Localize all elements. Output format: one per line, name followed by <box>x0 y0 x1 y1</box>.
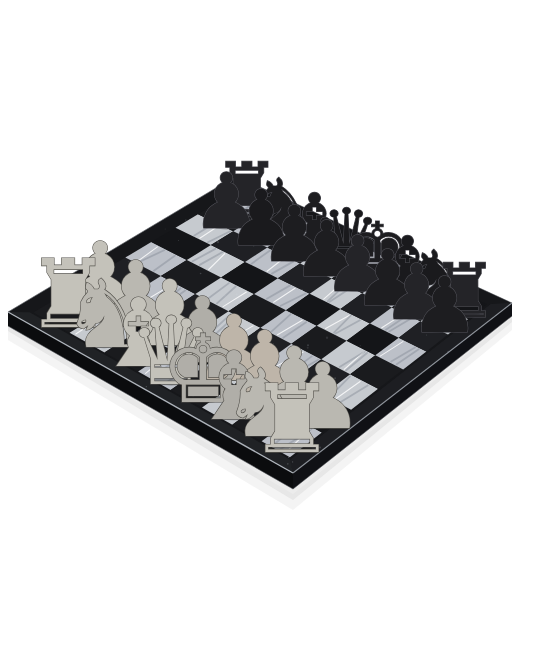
white-rook-glyph: ♜ <box>250 365 334 474</box>
stone-speckle <box>278 289 279 290</box>
stone-speckle <box>353 333 355 335</box>
stone-speckle <box>393 343 395 345</box>
stone-speckle <box>165 228 166 229</box>
stone-speckle <box>178 240 179 241</box>
pieces: ♜♟♞♟♝♟♛♟♚♝♟♞♟♟♜♟♟♜♟♟♞♟♝♟♛♟♚♟♝♟♞♜ <box>26 146 497 474</box>
stone-speckle <box>270 283 271 284</box>
product-photo-chess-set: ♜♟♞♟♝♟♛♟♚♝♟♞♟♟♜♟♟♜♟♟♞♟♝♟♛♟♚♟♝♟♞♜ <box>0 0 533 667</box>
chess-photo-svg: ♜♟♞♟♝♟♛♟♚♝♟♞♟♟♜♟♟♜♟♟♞♟♝♟♛♟♚♟♝♟♞♜ <box>0 0 533 667</box>
black-pawn-h7: ♟ <box>410 260 479 350</box>
stone-speckle <box>185 219 187 221</box>
black-pawn-glyph: ♟ <box>410 260 479 350</box>
white-rook-h1: ♜ <box>250 365 334 474</box>
